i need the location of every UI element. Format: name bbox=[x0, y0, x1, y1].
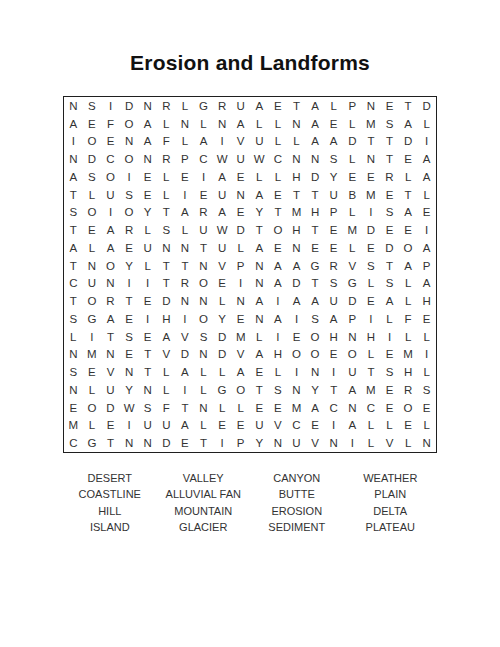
grid-cell: E bbox=[362, 239, 381, 257]
grid-cell: N bbox=[194, 346, 213, 364]
grid-cell: L bbox=[287, 133, 306, 151]
word-list-item: VALLEY bbox=[157, 470, 251, 486]
grid-cell: A bbox=[417, 168, 436, 186]
grid-cell: E bbox=[306, 239, 325, 257]
grid-cell: S bbox=[157, 221, 176, 239]
grid-cell: L bbox=[399, 168, 418, 186]
grid-cell: N bbox=[194, 257, 213, 275]
grid-cell: I bbox=[120, 275, 139, 293]
grid-cell: L bbox=[250, 115, 269, 133]
grid-cell: N bbox=[250, 310, 269, 328]
word-list-item: PLAIN bbox=[344, 486, 438, 502]
grid-cell: G bbox=[83, 434, 102, 452]
grid-cell: O bbox=[399, 239, 418, 257]
grid-cell: R bbox=[120, 221, 139, 239]
grid-cell: P bbox=[343, 97, 362, 115]
grid-cell: F bbox=[399, 310, 418, 328]
grid-cell: T bbox=[64, 257, 83, 275]
grid-cell: N bbox=[250, 275, 269, 293]
grid-cell: S bbox=[120, 328, 139, 346]
word-list-column: CANYONBUTTEEROSIONSEDIMENT bbox=[250, 470, 344, 535]
grid-cell: O bbox=[83, 399, 102, 417]
grid-cell: A bbox=[306, 97, 325, 115]
grid-cell: U bbox=[194, 221, 213, 239]
grid-cell: A bbox=[138, 133, 157, 151]
grid-cell: A bbox=[306, 399, 325, 417]
grid-cell: E bbox=[120, 239, 139, 257]
grid-cell: U bbox=[250, 417, 269, 435]
grid-cell: N bbox=[194, 399, 213, 417]
grid-cell: T bbox=[101, 434, 120, 452]
grid-cell: A bbox=[269, 310, 288, 328]
grid-cell: W bbox=[250, 150, 269, 168]
grid-cell: E bbox=[362, 168, 381, 186]
grid-cell: L bbox=[269, 133, 288, 151]
grid-cell: U bbox=[138, 239, 157, 257]
grid-cell: R bbox=[380, 168, 399, 186]
grid-cell: M bbox=[362, 186, 381, 204]
grid-cell: L bbox=[157, 381, 176, 399]
grid-cell: S bbox=[417, 381, 436, 399]
grid-cell: N bbox=[64, 150, 83, 168]
grid-cell: R bbox=[194, 204, 213, 222]
grid-cell: N bbox=[120, 133, 139, 151]
grid-cell: E bbox=[399, 150, 418, 168]
grid-cell: E bbox=[380, 381, 399, 399]
grid-cell: E bbox=[120, 346, 139, 364]
grid-cell: G bbox=[306, 257, 325, 275]
grid-cell: A bbox=[64, 239, 83, 257]
grid-cell: A bbox=[138, 115, 157, 133]
grid-cell: C bbox=[64, 434, 83, 452]
grid-cell: L bbox=[417, 115, 436, 133]
grid-cell: H bbox=[399, 363, 418, 381]
grid-cell: I bbox=[380, 328, 399, 346]
grid-cell: Y bbox=[324, 168, 343, 186]
grid-cell: U bbox=[231, 97, 250, 115]
grid-cell: S bbox=[380, 275, 399, 293]
grid-cell: R bbox=[324, 257, 343, 275]
grid-cell: N bbox=[287, 150, 306, 168]
grid-cell: V bbox=[343, 257, 362, 275]
grid-cell: V bbox=[157, 346, 176, 364]
grid-cell: G bbox=[83, 310, 102, 328]
grid-cell: N bbox=[250, 257, 269, 275]
grid-cell: I bbox=[287, 363, 306, 381]
grid-cell: N bbox=[101, 346, 120, 364]
grid-cell: E bbox=[269, 239, 288, 257]
grid-cell: L bbox=[362, 417, 381, 435]
grid-cell: T bbox=[157, 204, 176, 222]
grid-cell: I bbox=[417, 133, 436, 151]
grid-cell: D bbox=[157, 292, 176, 310]
word-list-item: PLATEAU bbox=[344, 519, 438, 535]
grid-cell: N bbox=[306, 150, 325, 168]
grid-cell: T bbox=[287, 97, 306, 115]
grid-cell: Y bbox=[213, 310, 232, 328]
grid-cell: I bbox=[120, 417, 139, 435]
grid-cell: A bbox=[250, 346, 269, 364]
grid-cell: L bbox=[213, 399, 232, 417]
grid-cell: R bbox=[157, 150, 176, 168]
grid-cell: P bbox=[343, 310, 362, 328]
grid-cell: E bbox=[176, 168, 195, 186]
grid-cell: E bbox=[380, 221, 399, 239]
grid-cell: D bbox=[287, 275, 306, 293]
grid-cell: I bbox=[176, 186, 195, 204]
grid-cell: E bbox=[417, 310, 436, 328]
grid-cell: U bbox=[213, 186, 232, 204]
grid-cell: L bbox=[213, 292, 232, 310]
grid-cell: D bbox=[231, 221, 250, 239]
grid-cell: U bbox=[231, 150, 250, 168]
grid-cell: E bbox=[64, 399, 83, 417]
grid-cell: L bbox=[157, 186, 176, 204]
grid-cell: N bbox=[287, 239, 306, 257]
grid-cell: I bbox=[269, 328, 288, 346]
grid-cell: O bbox=[101, 257, 120, 275]
grid-cell: T bbox=[399, 97, 418, 115]
word-list-item: CANYON bbox=[250, 470, 344, 486]
grid-cell: O bbox=[120, 150, 139, 168]
grid-cell: L bbox=[269, 115, 288, 133]
grid-cell: D bbox=[83, 150, 102, 168]
grid-cell: M bbox=[287, 399, 306, 417]
grid-cell: I bbox=[101, 97, 120, 115]
grid-cell: L bbox=[324, 97, 343, 115]
grid-cell: E bbox=[269, 399, 288, 417]
grid-cell: E bbox=[138, 186, 157, 204]
grid-cell: G bbox=[343, 275, 362, 293]
grid-cell: T bbox=[101, 328, 120, 346]
grid-cell: N bbox=[64, 346, 83, 364]
grid-cell: P bbox=[176, 150, 195, 168]
grid-cell: T bbox=[399, 186, 418, 204]
grid-cell: N bbox=[287, 115, 306, 133]
grid-cell: I bbox=[138, 310, 157, 328]
grid-cell: A bbox=[380, 292, 399, 310]
grid-cell: S bbox=[380, 115, 399, 133]
grid-cell: L bbox=[83, 186, 102, 204]
grid-cell: L bbox=[194, 417, 213, 435]
grid-cell: L bbox=[399, 434, 418, 452]
grid-cell: A bbox=[269, 257, 288, 275]
grid-cell: E bbox=[194, 186, 213, 204]
grid-cell: U bbox=[157, 417, 176, 435]
grid-cell: A bbox=[213, 204, 232, 222]
grid-cell: R bbox=[157, 97, 176, 115]
grid-cell: E bbox=[417, 399, 436, 417]
grid-cell: I bbox=[324, 363, 343, 381]
grid-cell: E bbox=[417, 204, 436, 222]
grid-cell: I bbox=[324, 417, 343, 435]
grid-cell: E bbox=[362, 292, 381, 310]
grid-cell: A bbox=[417, 239, 436, 257]
grid-cell: A bbox=[250, 186, 269, 204]
grid-cell: N bbox=[213, 115, 232, 133]
grid-cell: T bbox=[157, 275, 176, 293]
grid-cell: D bbox=[213, 346, 232, 364]
grid-cell: E bbox=[250, 363, 269, 381]
grid-cell: L bbox=[138, 221, 157, 239]
grid-cell: F bbox=[101, 115, 120, 133]
grid-cell: L bbox=[83, 417, 102, 435]
grid-cell: T bbox=[362, 133, 381, 151]
grid-cell: E bbox=[324, 221, 343, 239]
grid-cell: O bbox=[83, 204, 102, 222]
word-list-column: DESERTCOASTLINEHILLISLAND bbox=[63, 470, 157, 535]
grid-cell: L bbox=[399, 328, 418, 346]
grid-cell: L bbox=[399, 292, 418, 310]
grid-cell: A bbox=[176, 363, 195, 381]
grid-cell: R bbox=[399, 381, 418, 399]
grid-cell: T bbox=[380, 133, 399, 151]
grid-cell: T bbox=[380, 257, 399, 275]
grid-cell: H bbox=[306, 204, 325, 222]
grid-cell: C bbox=[194, 150, 213, 168]
word-list-item: COASTLINE bbox=[63, 486, 157, 502]
grid-cell: T bbox=[64, 221, 83, 239]
grid-cell: T bbox=[306, 221, 325, 239]
grid-cell: I bbox=[269, 292, 288, 310]
grid-cell: O bbox=[120, 115, 139, 133]
grid-cell: A bbox=[306, 133, 325, 151]
grid-cell: C bbox=[324, 399, 343, 417]
grid-cell: E bbox=[380, 186, 399, 204]
grid-cell: V bbox=[213, 257, 232, 275]
grid-cell: L bbox=[399, 275, 418, 293]
grid-cell: N bbox=[120, 363, 139, 381]
grid-cell: D bbox=[380, 239, 399, 257]
grid-cell: I bbox=[362, 204, 381, 222]
grid-cell: E bbox=[231, 417, 250, 435]
grid-cell: D bbox=[343, 292, 362, 310]
word-list-item: DELTA bbox=[344, 503, 438, 519]
grid-cell: N bbox=[64, 97, 83, 115]
grid-cell: V bbox=[231, 133, 250, 151]
word-list-item: ISLAND bbox=[63, 519, 157, 535]
grid-cell: L bbox=[380, 417, 399, 435]
grid-cell: H bbox=[362, 328, 381, 346]
grid-cell: P bbox=[231, 257, 250, 275]
grid-cell: S bbox=[64, 204, 83, 222]
grid-cell: T bbox=[64, 186, 83, 204]
grid-cell: S bbox=[64, 310, 83, 328]
grid-cell: H bbox=[324, 328, 343, 346]
grid-cell: L bbox=[343, 150, 362, 168]
grid-cell: S bbox=[362, 257, 381, 275]
grid-cell: W bbox=[213, 221, 232, 239]
grid-cell: T bbox=[157, 257, 176, 275]
grid-cell: T bbox=[287, 186, 306, 204]
grid-cell: N bbox=[231, 292, 250, 310]
grid-cell: G bbox=[213, 381, 232, 399]
grid-cell: U bbox=[213, 239, 232, 257]
grid-cell: P bbox=[417, 257, 436, 275]
grid-cell: T bbox=[306, 186, 325, 204]
grid-cell: A bbox=[306, 115, 325, 133]
grid-cell: N bbox=[101, 275, 120, 293]
grid-cell: S bbox=[380, 204, 399, 222]
grid-cell: M bbox=[343, 221, 362, 239]
grid-cell: O bbox=[287, 346, 306, 364]
grid-cell: F bbox=[157, 133, 176, 151]
grid-cell: E bbox=[83, 363, 102, 381]
grid-cell: I bbox=[213, 434, 232, 452]
grid-cell: E bbox=[399, 221, 418, 239]
grid-cell: H bbox=[269, 346, 288, 364]
grid-cell: I bbox=[138, 275, 157, 293]
grid-cell: E bbox=[213, 417, 232, 435]
grid-cell: A bbox=[287, 292, 306, 310]
grid-cell: L bbox=[250, 328, 269, 346]
grid-cell: T bbox=[306, 275, 325, 293]
grid-cell: A bbox=[101, 310, 120, 328]
grid-cell: L bbox=[269, 363, 288, 381]
grid-cell: H bbox=[417, 292, 436, 310]
grid-cell: L bbox=[157, 115, 176, 133]
grid-cell: B bbox=[343, 186, 362, 204]
grid-cell: A bbox=[231, 115, 250, 133]
grid-cell: A bbox=[250, 97, 269, 115]
grid-cell: L bbox=[417, 328, 436, 346]
grid-cell: E bbox=[176, 434, 195, 452]
grid-cell: T bbox=[138, 363, 157, 381]
grid-cell: E bbox=[324, 115, 343, 133]
word-list-item: EROSION bbox=[250, 503, 344, 519]
grid-cell: R bbox=[101, 292, 120, 310]
grid-cell: T bbox=[194, 239, 213, 257]
grid-cell: O bbox=[231, 381, 250, 399]
grid-cell: L bbox=[362, 275, 381, 293]
grid-cell: E bbox=[380, 346, 399, 364]
grid-cell: E bbox=[231, 310, 250, 328]
word-list-item: WEATHER bbox=[344, 470, 438, 486]
grid-cell: O bbox=[306, 346, 325, 364]
grid-cell: U bbox=[138, 417, 157, 435]
grid-cell: N bbox=[176, 292, 195, 310]
grid-cell: Y bbox=[306, 381, 325, 399]
grid-cell: G bbox=[194, 97, 213, 115]
grid-cell: L bbox=[213, 363, 232, 381]
grid-cell: N bbox=[138, 150, 157, 168]
grid-cell: A bbox=[399, 257, 418, 275]
word-search-grid: NSIDNRLGRUAETALPNETDAEFOALNLNALLNAELMSAL… bbox=[63, 96, 437, 453]
grid-cell: I bbox=[101, 204, 120, 222]
grid-cell: O bbox=[83, 133, 102, 151]
grid-cell: O bbox=[399, 399, 418, 417]
grid-cell: D bbox=[417, 97, 436, 115]
grid-cell: N bbox=[83, 257, 102, 275]
grid-cell: N bbox=[343, 399, 362, 417]
grid-cell: E bbox=[306, 417, 325, 435]
grid-cell: I bbox=[231, 275, 250, 293]
grid-cell: L bbox=[417, 186, 436, 204]
grid-cell: L bbox=[343, 115, 362, 133]
grid-cell: U bbox=[343, 363, 362, 381]
grid-cell: V bbox=[231, 346, 250, 364]
grid-cell: A bbox=[250, 239, 269, 257]
grid-cell: A bbox=[64, 168, 83, 186]
grid-cell: R bbox=[176, 275, 195, 293]
grid-cell: V bbox=[269, 417, 288, 435]
word-list-column: VALLEYALLUVIAL FANMOUNTAINGLACIER bbox=[157, 470, 251, 535]
grid-cell: E bbox=[269, 186, 288, 204]
grid-cell: L bbox=[176, 221, 195, 239]
grid-cell: E bbox=[250, 399, 269, 417]
grid-cell: Y bbox=[250, 204, 269, 222]
grid-cell: S bbox=[380, 363, 399, 381]
grid-cell: E bbox=[213, 275, 232, 293]
grid-cell: L bbox=[194, 363, 213, 381]
grid-cell: I bbox=[176, 310, 195, 328]
grid-cell: N bbox=[417, 434, 436, 452]
grid-cell: L bbox=[231, 399, 250, 417]
grid-cell: L bbox=[83, 239, 102, 257]
grid-cell: N bbox=[362, 150, 381, 168]
grid-cell: A bbox=[176, 417, 195, 435]
grid-cell: L bbox=[231, 239, 250, 257]
word-list-item: GLACIER bbox=[157, 519, 251, 535]
grid-cell: N bbox=[176, 239, 195, 257]
grid-cell: I bbox=[176, 381, 195, 399]
grid-cell: P bbox=[231, 434, 250, 452]
grid-cell: Y bbox=[120, 381, 139, 399]
grid-cell: A bbox=[417, 275, 436, 293]
word-list-item: MOUNTAIN bbox=[157, 503, 251, 519]
grid-cell: I bbox=[343, 434, 362, 452]
grid-cell: A bbox=[343, 417, 362, 435]
grid-cell: D bbox=[213, 328, 232, 346]
grid-cell: V bbox=[176, 328, 195, 346]
grid-cell: L bbox=[343, 239, 362, 257]
grid-cell: L bbox=[362, 346, 381, 364]
grid-cell: A bbox=[324, 310, 343, 328]
grid-cell: A bbox=[101, 221, 120, 239]
grid-cell: A bbox=[269, 275, 288, 293]
grid-cell: E bbox=[231, 204, 250, 222]
grid-cell: S bbox=[83, 168, 102, 186]
grid-cell: T bbox=[362, 363, 381, 381]
grid-cell: F bbox=[157, 399, 176, 417]
grid-cell: T bbox=[250, 221, 269, 239]
grid-cell: M bbox=[64, 417, 83, 435]
grid-cell: A bbox=[101, 239, 120, 257]
grid-cell: E bbox=[380, 399, 399, 417]
grid-cell: S bbox=[83, 97, 102, 115]
grid-cell: L bbox=[176, 97, 195, 115]
grid-cell: L bbox=[380, 310, 399, 328]
grid-cell: O bbox=[306, 328, 325, 346]
grid-cell: O bbox=[83, 292, 102, 310]
grid-cell: S bbox=[138, 399, 157, 417]
grid-cell: A bbox=[157, 328, 176, 346]
grid-cell: P bbox=[324, 204, 343, 222]
word-list-item: SEDIMENT bbox=[250, 519, 344, 535]
grid-cell: A bbox=[343, 381, 362, 399]
grid-cell: N bbox=[138, 97, 157, 115]
grid-cell: U bbox=[101, 381, 120, 399]
grid-cell: E bbox=[324, 346, 343, 364]
grid-cell: S bbox=[64, 363, 83, 381]
grid-cell: L bbox=[176, 133, 195, 151]
grid-cell: I bbox=[194, 168, 213, 186]
grid-cell: S bbox=[324, 275, 343, 293]
grid-cell: N bbox=[138, 381, 157, 399]
grid-cell: D bbox=[176, 346, 195, 364]
page-title: Erosion and Landforms bbox=[0, 51, 500, 75]
grid-cell: L bbox=[343, 204, 362, 222]
